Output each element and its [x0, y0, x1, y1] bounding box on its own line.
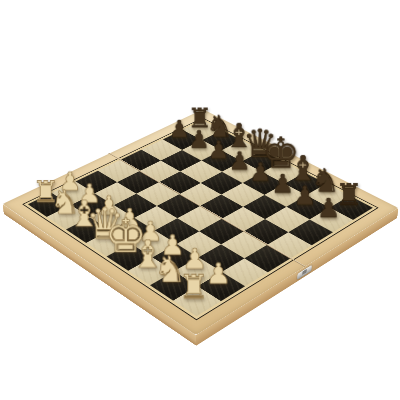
photo-scene: ♜♞♝♛♚♝♞♜♟♟♟♟♟♟♟♟♟♟♟♟♟♟♟♟♜♞♝♛♚♝♞♜ [0, 0, 400, 400]
board-wooden-frame: ♜♞♝♛♚♝♞♜♟♟♟♟♟♟♟♟♟♟♟♟♟♟♟♟♜♞♝♛♚♝♞♜ [3, 109, 399, 335]
product-photo: ♜♞♝♛♚♝♞♜♟♟♟♟♟♟♟♟♟♟♟♟♟♟♟♟♜♞♝♛♚♝♞♜ [0, 0, 400, 400]
white-rook-a1: ♜ [22, 176, 70, 206]
black-rook-a8: ♜ [178, 104, 221, 131]
board-playfield: ♜♞♝♛♚♝♞♜♟♟♟♟♟♟♟♟♟♟♟♟♟♟♟♟♜♞♝♛♚♝♞♜ [22, 118, 378, 321]
board-squares-grid: ♜♞♝♛♚♝♞♜♟♟♟♟♟♟♟♟♟♟♟♟♟♟♟♟♜♞♝♛♚♝♞♜ [28, 120, 373, 316]
clasp-pin [302, 269, 307, 275]
chess-board: ♜♞♝♛♚♝♞♜♟♟♟♟♟♟♟♟♟♟♟♟♟♟♟♟♜♞♝♛♚♝♞♜ [3, 109, 399, 335]
square-a2: ♟ [52, 181, 94, 204]
